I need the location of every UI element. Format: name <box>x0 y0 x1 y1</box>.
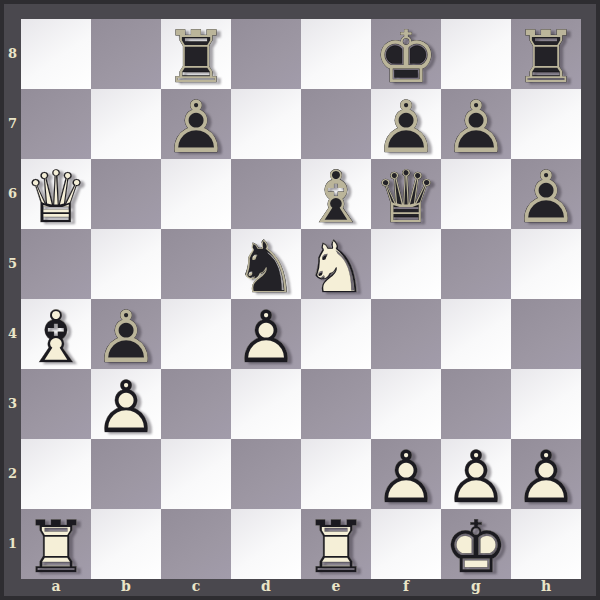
square-g6[interactable] <box>441 159 511 229</box>
square-d6[interactable] <box>231 159 301 229</box>
square-h3[interactable] <box>511 369 581 439</box>
black-queen[interactable]: ♛♕ <box>371 159 441 229</box>
black-king[interactable]: ♚♔ <box>371 19 441 89</box>
black-pawn-outline: ♙ <box>511 162 581 232</box>
square-b7[interactable] <box>91 89 161 159</box>
black-knight-outline: ♘ <box>231 232 301 302</box>
square-c1[interactable] <box>161 509 231 579</box>
square-b5[interactable] <box>91 229 161 299</box>
black-knight[interactable]: ♞♘ <box>231 229 301 299</box>
white-bishop-outline: ♗ <box>21 302 91 372</box>
square-e6[interactable]: ♝♗ <box>301 159 371 229</box>
black-rook[interactable]: ♜♖ <box>161 19 231 89</box>
square-f8[interactable]: ♚♔ <box>371 19 441 89</box>
white-knight-outline: ♘ <box>301 232 371 302</box>
white-king[interactable]: ♚♔ <box>441 509 511 579</box>
white-pawn[interactable]: ♟♙ <box>371 439 441 509</box>
black-pawn[interactable]: ♟♙ <box>511 159 581 229</box>
square-b6[interactable] <box>91 159 161 229</box>
white-pawn-outline: ♙ <box>441 442 511 512</box>
file-label-d: d <box>231 579 301 596</box>
square-a7[interactable] <box>21 89 91 159</box>
black-rook-outline: ♖ <box>161 22 231 92</box>
file-label-b: b <box>91 579 161 596</box>
square-c7[interactable]: ♟♙ <box>161 89 231 159</box>
square-a6[interactable]: ♛♕ <box>21 159 91 229</box>
square-h5[interactable] <box>511 229 581 299</box>
black-rook-outline: ♖ <box>511 22 581 92</box>
black-bishop-outline: ♗ <box>301 162 371 232</box>
black-pawn-outline: ♙ <box>91 302 161 372</box>
square-b2[interactable] <box>91 439 161 509</box>
square-e7[interactable] <box>301 89 371 159</box>
square-e2[interactable] <box>301 439 371 509</box>
white-knight[interactable]: ♞♘ <box>301 229 371 299</box>
square-b3[interactable]: ♟♙ <box>91 369 161 439</box>
square-g2[interactable]: ♟♙ <box>441 439 511 509</box>
square-h1[interactable] <box>511 509 581 579</box>
white-pawn[interactable]: ♟♙ <box>91 369 161 439</box>
file-label-h: h <box>511 579 581 596</box>
square-f2[interactable]: ♟♙ <box>371 439 441 509</box>
white-pawn[interactable]: ♟♙ <box>511 439 581 509</box>
black-pawn-outline: ♙ <box>441 92 511 162</box>
chess-board: ♜♖♚♔♜♖♟♙♟♙♟♙♛♕♝♗♛♕♟♙♞♘♞♘♝♗♟♙♟♙♟♙♟♙♟♙♟♙♜♖… <box>21 19 581 579</box>
file-label-c: c <box>161 579 231 596</box>
white-pawn-outline: ♙ <box>91 372 161 442</box>
white-pawn-outline: ♙ <box>231 302 301 372</box>
square-d2[interactable] <box>231 439 301 509</box>
square-f6[interactable]: ♛♕ <box>371 159 441 229</box>
square-d7[interactable] <box>231 89 301 159</box>
black-pawn[interactable]: ♟♙ <box>441 89 511 159</box>
rank-label-8: 8 <box>4 19 21 89</box>
square-e4[interactable] <box>301 299 371 369</box>
white-rook-outline: ♖ <box>301 512 371 582</box>
rank-label-4: 4 <box>4 299 21 369</box>
rank-label-6: 6 <box>4 159 21 229</box>
square-b8[interactable] <box>91 19 161 89</box>
square-b1[interactable] <box>91 509 161 579</box>
black-pawn[interactable]: ♟♙ <box>371 89 441 159</box>
square-e3[interactable] <box>301 369 371 439</box>
square-e1[interactable]: ♜♖ <box>301 509 371 579</box>
square-h6[interactable]: ♟♙ <box>511 159 581 229</box>
white-bishop[interactable]: ♝♗ <box>21 299 91 369</box>
square-c6[interactable] <box>161 159 231 229</box>
square-a3[interactable] <box>21 369 91 439</box>
square-a4[interactable]: ♝♗ <box>21 299 91 369</box>
square-g1[interactable]: ♚♔ <box>441 509 511 579</box>
square-d4[interactable]: ♟♙ <box>231 299 301 369</box>
square-e5[interactable]: ♞♘ <box>301 229 371 299</box>
white-pawn[interactable]: ♟♙ <box>231 299 301 369</box>
black-pawn-outline: ♙ <box>161 92 231 162</box>
black-pawn[interactable]: ♟♙ <box>91 299 161 369</box>
rank-label-7: 7 <box>4 89 21 159</box>
square-f1[interactable] <box>371 509 441 579</box>
white-rook-outline: ♖ <box>21 512 91 582</box>
rank-label-1: 1 <box>4 509 21 579</box>
square-c3[interactable] <box>161 369 231 439</box>
square-b4[interactable]: ♟♙ <box>91 299 161 369</box>
black-king-outline: ♔ <box>371 22 441 92</box>
white-pawn-outline: ♙ <box>371 442 441 512</box>
square-c5[interactable] <box>161 229 231 299</box>
square-h7[interactable] <box>511 89 581 159</box>
square-g8[interactable] <box>441 19 511 89</box>
square-f7[interactable]: ♟♙ <box>371 89 441 159</box>
square-a5[interactable] <box>21 229 91 299</box>
black-queen-outline: ♕ <box>371 162 441 232</box>
square-c4[interactable] <box>161 299 231 369</box>
white-pawn[interactable]: ♟♙ <box>441 439 511 509</box>
square-d3[interactable] <box>231 369 301 439</box>
square-a8[interactable] <box>21 19 91 89</box>
square-g7[interactable]: ♟♙ <box>441 89 511 159</box>
white-rook[interactable]: ♜♖ <box>301 509 371 579</box>
square-g3[interactable] <box>441 369 511 439</box>
white-king-outline: ♔ <box>441 512 511 582</box>
rank-label-2: 2 <box>4 439 21 509</box>
square-h8[interactable]: ♜♖ <box>511 19 581 89</box>
rank-label-3: 3 <box>4 369 21 439</box>
square-g5[interactable] <box>441 229 511 299</box>
square-a1[interactable]: ♜♖ <box>21 509 91 579</box>
black-rook[interactable]: ♜♖ <box>511 19 581 89</box>
black-pawn[interactable]: ♟♙ <box>161 89 231 159</box>
square-g4[interactable] <box>441 299 511 369</box>
white-queen-outline: ♕ <box>21 162 91 232</box>
square-d5[interactable]: ♞♘ <box>231 229 301 299</box>
square-f5[interactable] <box>371 229 441 299</box>
square-f4[interactable] <box>371 299 441 369</box>
white-rook[interactable]: ♜♖ <box>21 509 91 579</box>
square-h2[interactable]: ♟♙ <box>511 439 581 509</box>
square-f3[interactable] <box>371 369 441 439</box>
square-e8[interactable] <box>301 19 371 89</box>
square-c2[interactable] <box>161 439 231 509</box>
square-c8[interactable]: ♜♖ <box>161 19 231 89</box>
file-label-f: f <box>371 579 441 596</box>
rank-label-5: 5 <box>4 229 21 299</box>
rank-labels: 87654321 <box>4 19 21 579</box>
chessboard-frame: 87654321 abcdefgh ♜♖♚♔♜♖♟♙♟♙♟♙♛♕♝♗♛♕♟♙♞♘… <box>0 0 600 600</box>
square-a2[interactable] <box>21 439 91 509</box>
white-queen[interactable]: ♛♕ <box>21 159 91 229</box>
square-d1[interactable] <box>231 509 301 579</box>
square-h4[interactable] <box>511 299 581 369</box>
black-bishop[interactable]: ♝♗ <box>301 159 371 229</box>
square-d8[interactable] <box>231 19 301 89</box>
white-pawn-outline: ♙ <box>511 442 581 512</box>
black-pawn-outline: ♙ <box>371 92 441 162</box>
